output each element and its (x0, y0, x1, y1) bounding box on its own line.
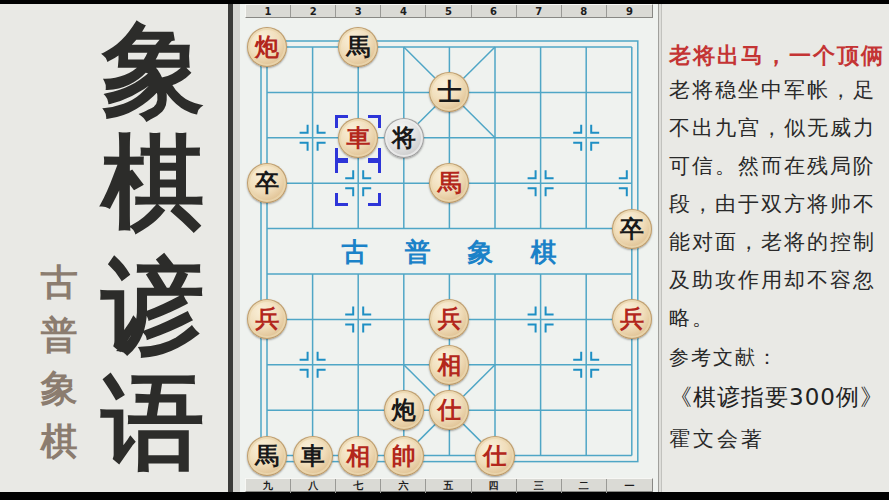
piece-character: 兵 (255, 307, 279, 331)
piece-character: 炮 (255, 35, 279, 59)
commentary-line: 及助攻作用却不容忽 (669, 261, 887, 299)
commentary-panel: 老将出马，一个顶俩 老将稳坐中军帐，足 不出九宫，似无威力 可信。然而在残局阶 … (662, 4, 889, 492)
marker-corner (368, 193, 381, 206)
coord-label: 六 (381, 479, 426, 493)
banner-char: 象 (92, 14, 214, 126)
river-label: 古 普 象 棋 (240, 235, 658, 270)
reference-author: 霍文会著 (669, 419, 887, 459)
piece-相-red[interactable]: 相 (338, 436, 378, 476)
banner-sub-char: 普 (36, 309, 82, 362)
reference-book-title: 《棋谚指要300例》 (669, 375, 887, 419)
piece-兵-red[interactable]: 兵 (612, 299, 652, 339)
commentary-line: 略。 (669, 299, 887, 337)
banner-sub-char: 棋 (36, 415, 82, 468)
coord-label: 五 (426, 479, 471, 493)
xiangqi-board-panel: 1 2 3 4 5 6 7 8 9 (240, 4, 658, 492)
piece-炮-red[interactable]: 炮 (247, 27, 287, 67)
piece-character: 兵 (437, 307, 461, 331)
banner-sub-char: 象 (36, 362, 82, 415)
coord-label: 二 (562, 479, 607, 493)
banner-char: 棋 (92, 126, 214, 238)
commentary-line: 不出九宫，似无威力 (669, 109, 887, 147)
marker-corner (335, 160, 348, 173)
banner-sub-char: 古 (36, 256, 82, 309)
piece-車-black[interactable]: 車 (293, 436, 333, 476)
piece-character: 卒 (255, 171, 279, 195)
banner-sub-title: 古 普 象 棋 (36, 256, 82, 468)
coord-label: 三 (517, 479, 562, 493)
piece-馬-black[interactable]: 馬 (338, 27, 378, 67)
piece-卒-black[interactable]: 卒 (247, 163, 287, 203)
piece-character: 馬 (255, 444, 279, 468)
piece-character: 帥 (392, 444, 416, 468)
proverb-title: 老将出马，一个顶俩 (669, 41, 887, 71)
piece-character: 将 (392, 126, 416, 150)
piece-相-red[interactable]: 相 (429, 345, 469, 385)
banner-char: 谚 (92, 250, 214, 362)
piece-馬-black[interactable]: 馬 (247, 436, 287, 476)
coord-label: 四 (472, 479, 517, 493)
last-move-marker (335, 160, 381, 206)
banner-char: 语 (92, 366, 214, 478)
commentary-line: 段，由于双方将帅不 (669, 185, 887, 223)
commentary-line: 老将稳坐中军帐，足 (669, 71, 887, 109)
commentary-line: 可信。然而在残局阶 (669, 147, 887, 185)
piece-character: 仕 (437, 398, 461, 422)
piece-帥-red[interactable]: 帥 (384, 436, 424, 476)
piece-character: 炮 (392, 398, 416, 422)
marker-corner (335, 193, 348, 206)
piece-character: 卒 (620, 217, 644, 241)
left-banner-panel: 象 棋 谚 语 古 普 象 棋 (0, 4, 233, 492)
piece-character: 馬 (346, 35, 370, 59)
piece-character: 車 (301, 444, 325, 468)
piece-炮-black[interactable]: 炮 (384, 390, 424, 430)
piece-character: 兵 (620, 307, 644, 331)
piece-character: 相 (437, 353, 461, 377)
stage: 象 棋 谚 语 古 普 象 棋 1 2 3 4 5 6 7 8 9 (0, 4, 889, 492)
coord-label: 八 (291, 479, 336, 493)
reference-label: 参考文献： (669, 339, 887, 375)
banner-main-title: 象 棋 谚 语 (92, 14, 214, 478)
piece-character: 馬 (437, 171, 461, 195)
piece-character: 相 (346, 444, 370, 468)
piece-character: 車 (346, 126, 370, 150)
piece-character: 士 (437, 80, 461, 104)
piece-車-red[interactable]: 車 (338, 118, 378, 158)
file-coordinates-bottom: 九 八 七 六 五 四 三 二 一 (245, 478, 653, 492)
marker-corner (368, 160, 381, 173)
piece-卒-black[interactable]: 卒 (612, 209, 652, 249)
piece-character: 仕 (483, 444, 507, 468)
commentary-line: 能对面，老将的控制 (669, 223, 887, 261)
coord-label: 一 (607, 479, 652, 493)
piece-将-black[interactable]: 将 (384, 118, 424, 158)
piece-仕-red[interactable]: 仕 (475, 436, 515, 476)
coord-label: 七 (336, 479, 381, 493)
coord-label: 九 (246, 479, 291, 493)
